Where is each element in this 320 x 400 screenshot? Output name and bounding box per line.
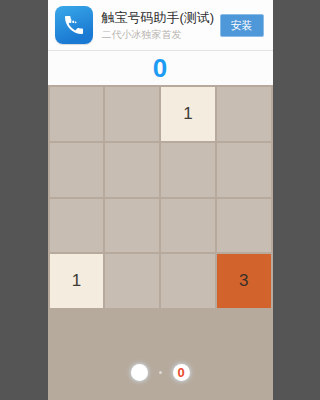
board-cell bbox=[105, 199, 159, 253]
ad-title: 触宝号码助手(测试) bbox=[102, 10, 220, 25]
counter-badge[interactable]: 0 bbox=[173, 364, 190, 381]
page-dot-separator bbox=[159, 371, 162, 374]
app-screen: 触宝号码助手(测试) 二代小冰独家首发 安装 0 113 0 bbox=[48, 0, 273, 400]
ad-subtitle: 二代小冰独家首发 bbox=[102, 29, 220, 41]
board-cell bbox=[105, 254, 159, 308]
board-cell bbox=[50, 199, 104, 253]
ad-text-block: 触宝号码助手(测试) 二代小冰独家首发 bbox=[102, 10, 220, 41]
board-cell bbox=[105, 143, 159, 197]
phone-dialer-icon bbox=[55, 6, 93, 44]
page-dot-active[interactable] bbox=[131, 364, 148, 381]
ad-banner[interactable]: 触宝号码助手(测试) 二代小冰独家首发 安装 bbox=[48, 0, 273, 51]
board-cell bbox=[217, 143, 271, 197]
board-cell bbox=[161, 199, 215, 253]
board-cell bbox=[105, 87, 159, 141]
board-cell bbox=[161, 254, 215, 308]
board[interactable]: 113 bbox=[48, 85, 273, 310]
tile-1: 1 bbox=[161, 87, 215, 141]
pager: 0 bbox=[48, 364, 273, 381]
score-value: 0 bbox=[153, 55, 167, 81]
counter-value: 0 bbox=[177, 366, 184, 379]
score-strip: 0 bbox=[48, 51, 273, 85]
tile-3: 3 bbox=[217, 254, 271, 308]
board-cell bbox=[50, 143, 104, 197]
board-cell bbox=[217, 199, 271, 253]
footer: 0 bbox=[48, 310, 273, 400]
board-cell bbox=[217, 87, 271, 141]
board-cell bbox=[50, 87, 104, 141]
board-cell bbox=[161, 143, 215, 197]
install-button[interactable]: 安装 bbox=[220, 14, 264, 37]
tile-1: 1 bbox=[50, 254, 104, 308]
